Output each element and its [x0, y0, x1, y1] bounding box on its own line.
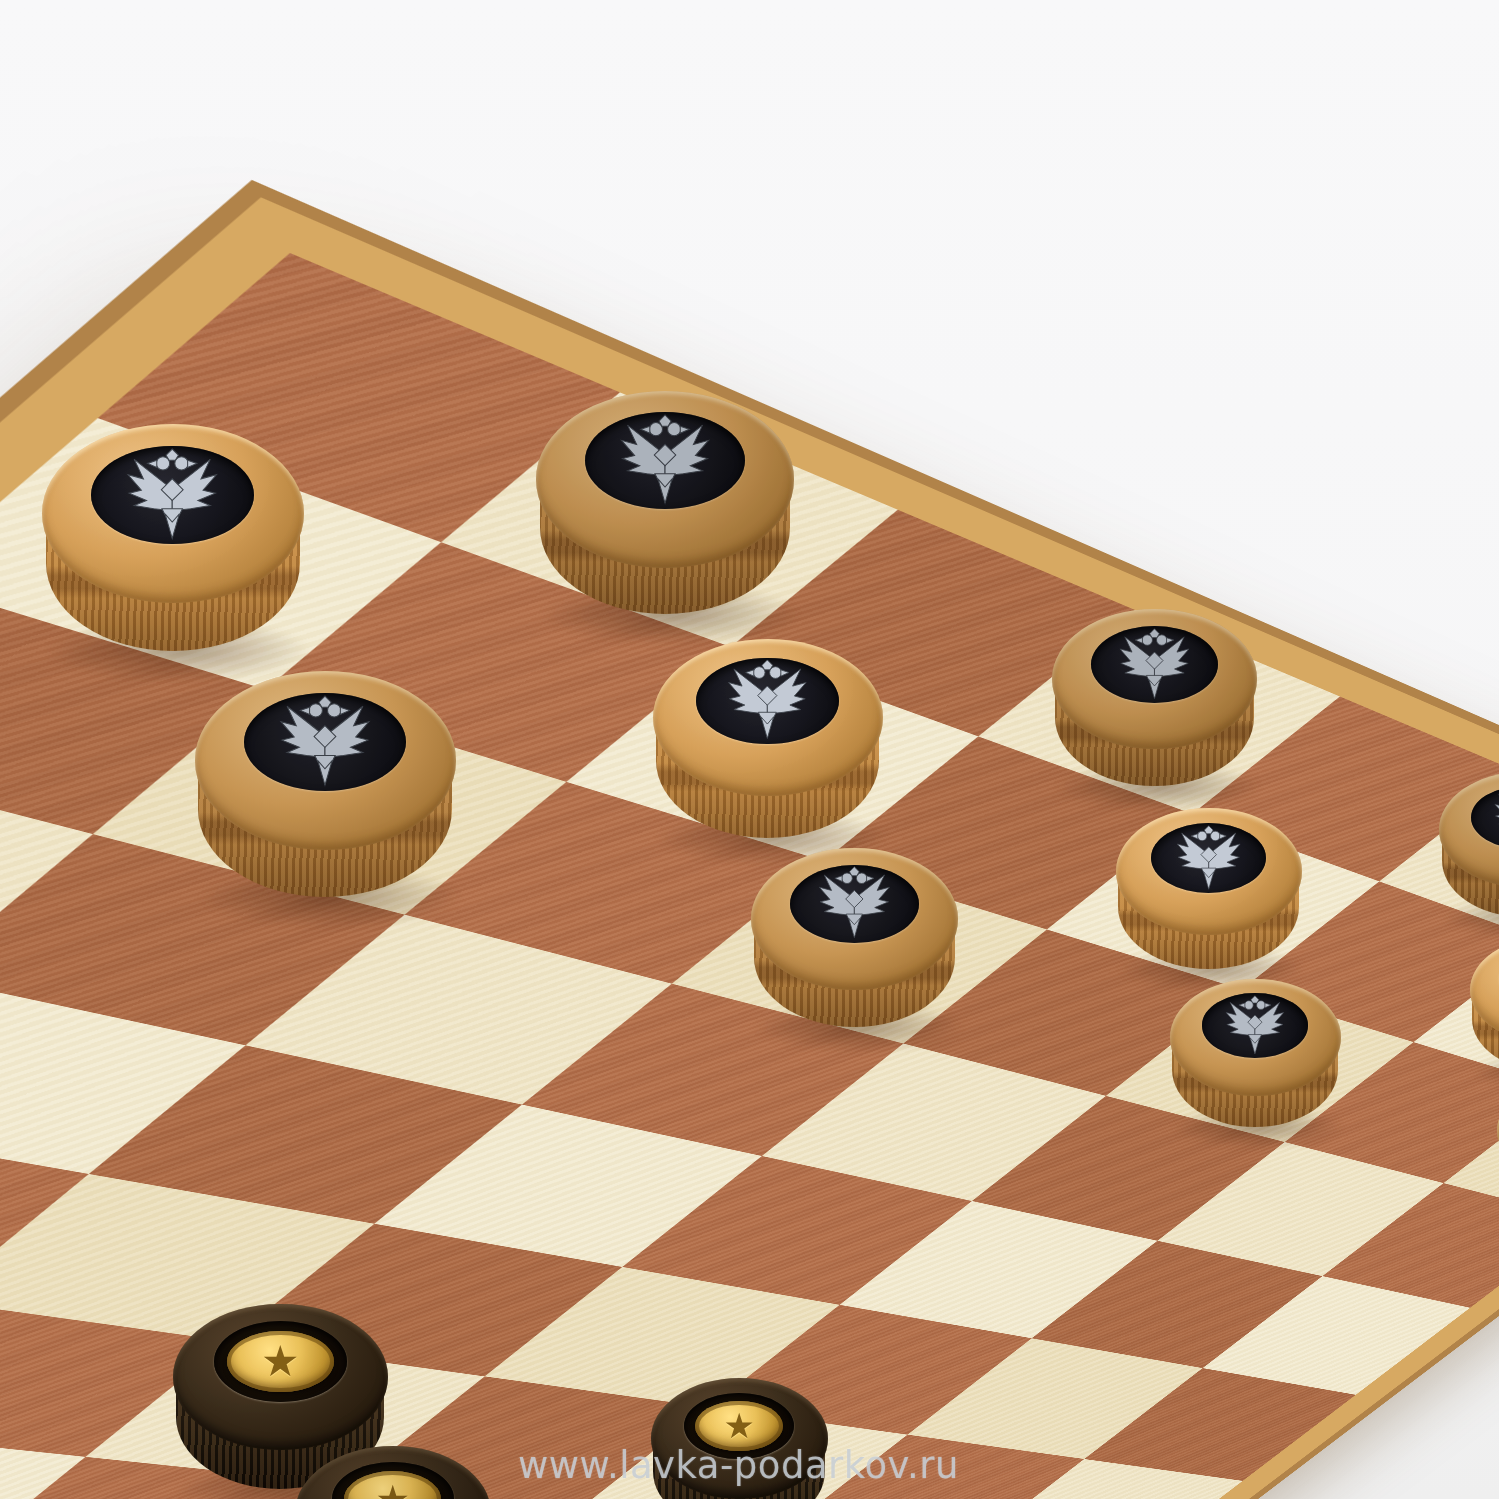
- piece-top-ring: [536, 391, 794, 568]
- piece-emblem-insert: [1151, 823, 1266, 893]
- piece-emblem-insert: [585, 412, 745, 509]
- photo-scene: ★ ★ ★ www.lavka-podarkov.ru: [0, 0, 1499, 1499]
- double-headed-eagle-icon: [1091, 628, 1218, 702]
- double-headed-eagle-icon: [790, 866, 919, 941]
- piece-emblem-insert: [244, 693, 406, 791]
- checker-silver-r2c3[interactable]: [751, 848, 959, 1045]
- piece-emblem-insert: [1091, 626, 1218, 703]
- piece-top-ring: ★: [173, 1304, 388, 1451]
- soviet-crest-medal-icon: ★: [227, 1331, 334, 1392]
- piece-top-ring: [751, 848, 959, 990]
- checker-silver-r1c2[interactable]: [653, 639, 883, 858]
- double-headed-eagle-icon: [696, 659, 839, 742]
- soviet-crest-medal-icon: ★: [344, 1471, 441, 1499]
- checker-silver-r2c1[interactable]: [195, 671, 456, 919]
- checker-silver-r0c1[interactable]: [536, 391, 794, 636]
- double-headed-eagle-icon: [244, 695, 406, 789]
- piece-top-ring: [1116, 808, 1302, 935]
- checker-silver-r0c3[interactable]: [1052, 609, 1257, 804]
- piece-emblem-insert: ★: [332, 1462, 454, 1499]
- piece-top-ring: ★: [651, 1378, 828, 1499]
- checker-silver-r1c4[interactable]: [1116, 808, 1302, 985]
- checker-silver-r0c5[interactable]: [1439, 772, 1499, 932]
- checker-gold-r6c5[interactable]: ★: [651, 1378, 828, 1499]
- checker-gold-r7c4[interactable]: ★: [295, 1446, 491, 1499]
- soviet-crest-medal-icon: ★: [695, 1401, 783, 1452]
- piece-emblem-insert: [91, 446, 253, 545]
- piece-emblem-insert: [1471, 786, 1499, 849]
- checker-silver-r2c5[interactable]: [1170, 979, 1341, 1141]
- double-headed-eagle-icon: [585, 414, 745, 507]
- piece-top-ring: [653, 639, 883, 796]
- piece-top-ring: [1052, 609, 1257, 749]
- piece-emblem-insert: ★: [684, 1393, 794, 1460]
- checker-silver-r1c0[interactable]: [42, 424, 304, 673]
- piece-emblem-insert: [790, 865, 919, 943]
- piece-top-ring: [195, 671, 456, 850]
- piece-top-ring: [42, 424, 304, 603]
- double-headed-eagle-icon: [1471, 787, 1499, 848]
- piece-emblem-insert: [1202, 993, 1308, 1057]
- piece-top-ring: ★: [295, 1446, 491, 1499]
- piece-emblem-insert: [696, 658, 839, 745]
- double-headed-eagle-icon: [1202, 995, 1308, 1057]
- piece-emblem-insert: ★: [214, 1321, 347, 1402]
- double-headed-eagle-icon: [91, 448, 253, 543]
- checker-silver-r1c6[interactable]: [1470, 937, 1499, 1085]
- double-headed-eagle-icon: [1151, 825, 1266, 892]
- piece-top-ring: [1170, 979, 1341, 1096]
